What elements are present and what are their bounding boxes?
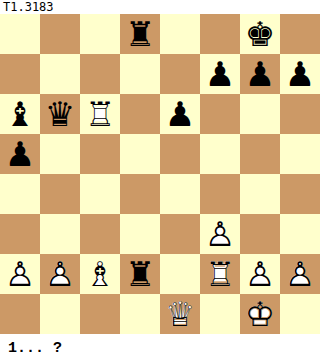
square-b6[interactable]: ♛ [40, 94, 80, 134]
piece-white-pawn: ♟♙ [280, 254, 320, 294]
square-g1[interactable]: ♚♔ [240, 294, 280, 334]
piece-outline: ♕ [160, 294, 200, 334]
move-prompt: 1... ? [0, 334, 320, 357]
square-c7[interactable] [80, 54, 120, 94]
piece-black-rook: ♜ [120, 14, 160, 54]
square-h1[interactable] [280, 294, 320, 334]
piece-white-queen: ♛♕ [160, 294, 200, 334]
square-h3[interactable] [280, 214, 320, 254]
piece-outline: ♙ [200, 214, 240, 254]
piece-outline: ♙ [240, 254, 280, 294]
square-d3[interactable] [120, 214, 160, 254]
square-c2[interactable]: ♝♗ [80, 254, 120, 294]
square-a8[interactable] [0, 14, 40, 54]
square-g4[interactable] [240, 174, 280, 214]
piece-outline: ♙ [280, 254, 320, 294]
square-b4[interactable] [40, 174, 80, 214]
square-h7[interactable]: ♟ [280, 54, 320, 94]
square-d8[interactable]: ♜ [120, 14, 160, 54]
piece-white-rook: ♜♖ [200, 254, 240, 294]
piece-outline: ♙ [40, 254, 80, 294]
piece-glyph: ♚ [240, 14, 280, 54]
square-c1[interactable] [80, 294, 120, 334]
square-f7[interactable]: ♟ [200, 54, 240, 94]
square-g2[interactable]: ♟♙ [240, 254, 280, 294]
square-h4[interactable] [280, 174, 320, 214]
square-c8[interactable] [80, 14, 120, 54]
piece-glyph: ♟ [160, 94, 200, 134]
piece-white-pawn: ♟♙ [200, 214, 240, 254]
square-d5[interactable] [120, 134, 160, 174]
square-d6[interactable] [120, 94, 160, 134]
square-e4[interactable] [160, 174, 200, 214]
piece-outline: ♗ [80, 254, 120, 294]
square-f3[interactable]: ♟♙ [200, 214, 240, 254]
piece-white-pawn: ♟♙ [40, 254, 80, 294]
piece-white-pawn: ♟♙ [240, 254, 280, 294]
puzzle-title: T1.3183 [0, 0, 320, 14]
square-c4[interactable] [80, 174, 120, 214]
piece-black-pawn: ♟ [200, 54, 240, 94]
piece-white-rook: ♜♖ [80, 94, 120, 134]
square-h8[interactable] [280, 14, 320, 54]
square-d1[interactable] [120, 294, 160, 334]
square-b2[interactable]: ♟♙ [40, 254, 80, 294]
piece-black-rook: ♜ [120, 254, 160, 294]
piece-white-bishop: ♝♗ [80, 254, 120, 294]
square-a7[interactable] [0, 54, 40, 94]
square-a2[interactable]: ♟♙ [0, 254, 40, 294]
square-e6[interactable]: ♟ [160, 94, 200, 134]
square-b5[interactable] [40, 134, 80, 174]
piece-black-pawn: ♟ [280, 54, 320, 94]
square-c6[interactable]: ♜♖ [80, 94, 120, 134]
square-e5[interactable] [160, 134, 200, 174]
piece-black-pawn: ♟ [160, 94, 200, 134]
piece-glyph: ♟ [280, 54, 320, 94]
square-f6[interactable] [200, 94, 240, 134]
square-f8[interactable] [200, 14, 240, 54]
square-a6[interactable]: ♝ [0, 94, 40, 134]
piece-black-king: ♚ [240, 14, 280, 54]
chess-puzzle-window: T1.3183 ♜♚♟♟♟♝♛♜♖♟♟♟♙♟♙♟♙♝♗♜♜♖♟♙♟♙♛♕♚♔ 1… [0, 0, 320, 360]
piece-glyph: ♜ [120, 14, 160, 54]
square-f4[interactable] [200, 174, 240, 214]
square-h2[interactable]: ♟♙ [280, 254, 320, 294]
square-g5[interactable] [240, 134, 280, 174]
piece-black-bishop: ♝ [0, 94, 40, 134]
square-b7[interactable] [40, 54, 80, 94]
square-e2[interactable] [160, 254, 200, 294]
piece-white-king: ♚♔ [240, 294, 280, 334]
square-f1[interactable] [200, 294, 240, 334]
piece-white-pawn: ♟♙ [0, 254, 40, 294]
piece-black-pawn: ♟ [240, 54, 280, 94]
piece-outline: ♙ [0, 254, 40, 294]
square-h5[interactable] [280, 134, 320, 174]
piece-outline: ♖ [200, 254, 240, 294]
piece-outline: ♔ [240, 294, 280, 334]
square-d7[interactable] [120, 54, 160, 94]
piece-glyph: ♟ [200, 54, 240, 94]
piece-glyph: ♟ [0, 134, 40, 174]
square-b8[interactable] [40, 14, 80, 54]
square-c5[interactable] [80, 134, 120, 174]
square-e3[interactable] [160, 214, 200, 254]
square-g8[interactable]: ♚ [240, 14, 280, 54]
square-e8[interactable] [160, 14, 200, 54]
piece-outline: ♖ [80, 94, 120, 134]
square-e7[interactable] [160, 54, 200, 94]
square-a1[interactable] [0, 294, 40, 334]
square-g3[interactable] [240, 214, 280, 254]
square-c3[interactable] [80, 214, 120, 254]
piece-glyph: ♛ [40, 94, 80, 134]
square-f5[interactable] [200, 134, 240, 174]
square-g7[interactable]: ♟ [240, 54, 280, 94]
square-e1[interactable]: ♛♕ [160, 294, 200, 334]
piece-black-pawn: ♟ [0, 134, 40, 174]
square-a5[interactable]: ♟ [0, 134, 40, 174]
square-a4[interactable] [0, 174, 40, 214]
square-g6[interactable] [240, 94, 280, 134]
square-h6[interactable] [280, 94, 320, 134]
piece-glyph: ♟ [240, 54, 280, 94]
square-d2[interactable]: ♜ [120, 254, 160, 294]
piece-glyph: ♜ [120, 254, 160, 294]
square-a3[interactable] [0, 214, 40, 254]
piece-glyph: ♝ [0, 94, 40, 134]
square-b1[interactable] [40, 294, 80, 334]
square-f2[interactable]: ♜♖ [200, 254, 240, 294]
piece-black-queen: ♛ [40, 94, 80, 134]
square-b3[interactable] [40, 214, 80, 254]
square-d4[interactable] [120, 174, 160, 214]
chess-board: ♜♚♟♟♟♝♛♜♖♟♟♟♙♟♙♟♙♝♗♜♜♖♟♙♟♙♛♕♚♔ [0, 14, 320, 334]
